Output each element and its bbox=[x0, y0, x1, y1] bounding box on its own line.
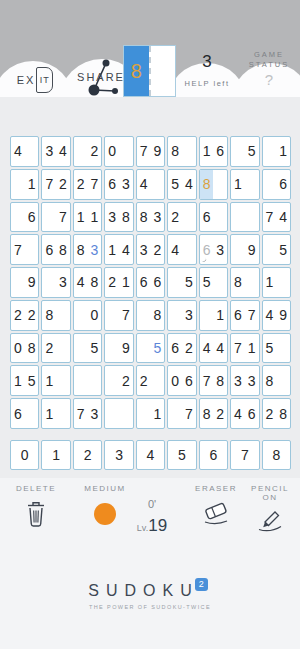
grid-cell-r1c5[interactable]: 79 bbox=[136, 136, 165, 167]
pad-digit-5[interactable]: 5 bbox=[167, 440, 196, 470]
grid-subcell-right[interactable]: 8 bbox=[151, 301, 165, 330]
grid-cell-r9c2[interactable]: 1 bbox=[41, 398, 70, 429]
grid-subcell-left[interactable]: 5 bbox=[168, 170, 182, 199]
grid-cell-r9c1[interactable]: 6 bbox=[10, 398, 39, 429]
grid-subcell-left[interactable]: 3 bbox=[231, 366, 245, 395]
card-blank-page bbox=[149, 46, 176, 96]
grid-subcell-left[interactable] bbox=[11, 170, 25, 199]
grid-subcell-right[interactable]: 9 bbox=[276, 301, 290, 330]
top-bar: EX IT SHARE 8 3 HELP left GAME S bbox=[0, 0, 300, 97]
grid-subcell-right[interactable] bbox=[276, 366, 290, 395]
grid-subcell-left[interactable]: 8 bbox=[74, 235, 88, 264]
grid-cell-r3c5[interactable]: 83 bbox=[136, 202, 165, 233]
grid-cell-r7c6[interactable]: 62 bbox=[167, 333, 196, 364]
card-active-page: 8 bbox=[124, 46, 149, 96]
grid-subcell-right[interactable] bbox=[182, 235, 196, 264]
grid-subcell-left[interactable]: 8 bbox=[231, 268, 245, 297]
grid-cell-r9c3[interactable]: 73 bbox=[73, 398, 102, 429]
grid-cell-r1c7[interactable]: 16 bbox=[199, 136, 228, 167]
grid-subcell-right[interactable] bbox=[213, 268, 227, 297]
grid-subcell-left[interactable]: 6 bbox=[105, 170, 119, 199]
question-mark-icon: ? bbox=[240, 71, 298, 88]
grid-subcell-left[interactable]: 6 bbox=[42, 235, 56, 264]
level-indicator: 0' Lv.19 bbox=[130, 498, 174, 536]
grid-subcell-right[interactable]: 4 bbox=[276, 203, 290, 232]
grid-subcell-left[interactable]: 2 bbox=[105, 268, 119, 297]
grid-subcell-right[interactable] bbox=[213, 203, 227, 232]
pad-digit-6[interactable]: 6 bbox=[199, 440, 228, 470]
grid-subcell-right[interactable]: 5 bbox=[276, 235, 290, 264]
pad-digit-1[interactable]: 1 bbox=[41, 440, 70, 470]
grid-subcell-left[interactable] bbox=[74, 334, 88, 363]
grid-subcell-right[interactable]: 7 bbox=[56, 203, 70, 232]
grid-subcell-right[interactable]: 5 bbox=[245, 137, 259, 166]
grid-subcell-left[interactable]: 6 bbox=[231, 301, 245, 330]
grid-subcell-right[interactable]: 5 bbox=[25, 366, 39, 395]
grid-subcell-left[interactable]: 1 bbox=[42, 399, 56, 428]
grid-subcell-left[interactable]: 7 bbox=[42, 170, 56, 199]
grid-cell-r9c6[interactable]: 7 bbox=[167, 398, 196, 429]
grid-cell-r7c2[interactable]: 2 bbox=[41, 333, 70, 364]
grid-subcell-right[interactable] bbox=[56, 301, 70, 330]
grid-subcell-left[interactable]: 4 bbox=[263, 301, 277, 330]
grid-cell-r8c7[interactable]: 78 bbox=[199, 365, 228, 396]
grid-subcell-right[interactable]: 1 bbox=[119, 268, 133, 297]
bottom-panel: DELETE MEDIUM 0' Lv.19 ERASER bbox=[0, 478, 300, 649]
grid-cell-r5c1[interactable]: 9 bbox=[10, 267, 39, 298]
grid-subcell-right[interactable]: 1 bbox=[276, 137, 290, 166]
grid-subcell-right[interactable]: 1 bbox=[213, 301, 227, 330]
grid-subcell-right[interactable]: 7 bbox=[245, 301, 259, 330]
grid-cell-r5c9[interactable]: 1 bbox=[262, 267, 291, 298]
grid-subcell-right[interactable]: 1 bbox=[151, 399, 165, 428]
grid-subcell-right[interactable]: 9 bbox=[119, 334, 133, 363]
grid-subcell-right[interactable]: 6 bbox=[25, 203, 39, 232]
grid-cell-r9c5[interactable]: 1 bbox=[136, 398, 165, 429]
grid-subcell-left[interactable] bbox=[74, 366, 88, 395]
grid-subcell-left[interactable]: 1 bbox=[11, 366, 25, 395]
grid-subcell-left[interactable]: 1 bbox=[105, 235, 119, 264]
grid-subcell-right[interactable]: 8 bbox=[119, 203, 133, 232]
pad-digit-4[interactable]: 4 bbox=[136, 440, 165, 470]
grid-subcell-right[interactable]: 9 bbox=[151, 137, 165, 166]
exit-door-icon: IT bbox=[36, 67, 53, 93]
grid-subcell-right[interactable]: 2 bbox=[88, 137, 102, 166]
grid-cell-r1c4[interactable]: 0 bbox=[104, 136, 133, 167]
grid-subcell-right[interactable]: 7 bbox=[182, 399, 196, 428]
grid-subcell-right[interactable]: 0 bbox=[88, 301, 102, 330]
grid-subcell-right[interactable]: 1 bbox=[88, 203, 102, 232]
grid-cell-r7c7[interactable]: 44 bbox=[199, 333, 228, 364]
grid-subcell-left[interactable]: 1 bbox=[231, 170, 245, 199]
grid-cell-r5c5[interactable]: 66 bbox=[136, 267, 165, 298]
grid-subcell-right[interactable]: 7 bbox=[88, 170, 102, 199]
grid-subcell-left[interactable]: 8 bbox=[42, 301, 56, 330]
grid-subcell-right[interactable]: 1 bbox=[245, 334, 259, 363]
grid-cell-r5c4[interactable]: 21 bbox=[104, 267, 133, 298]
grid-subcell-left[interactable]: 4 bbox=[11, 137, 25, 166]
grid-subcell-right[interactable]: 6 bbox=[182, 366, 196, 395]
grid-subcell-right[interactable] bbox=[245, 203, 259, 232]
grid-subcell-left[interactable]: 2 bbox=[137, 366, 151, 395]
grid-subcell-left[interactable] bbox=[168, 301, 182, 330]
grid-subcell-right[interactable]: 3 bbox=[88, 235, 102, 264]
grid-subcell-left[interactable]: 2 bbox=[42, 334, 56, 363]
number-pad: 012345678 bbox=[10, 440, 291, 470]
grid-subcell-left[interactable] bbox=[105, 334, 119, 363]
pencil-icon bbox=[256, 509, 284, 533]
grid-cell-r7c8[interactable]: 71 bbox=[230, 333, 259, 364]
grid-subcell-right[interactable] bbox=[25, 137, 39, 166]
grid-subcell-right[interactable]: 4 bbox=[182, 170, 196, 199]
grid-subcell-left[interactable] bbox=[231, 137, 245, 166]
grid-subcell-right[interactable]: 2 bbox=[25, 301, 39, 330]
grid-subcell-right[interactable]: 4 bbox=[119, 235, 133, 264]
grid-subcell-left[interactable] bbox=[137, 399, 151, 428]
level-value: Lv.19 bbox=[130, 516, 174, 536]
grid-cell-r4c7[interactable]: 63 bbox=[199, 234, 228, 265]
grid-cell-r6c1[interactable]: 22 bbox=[10, 300, 39, 331]
delete-label: DELETE bbox=[10, 484, 62, 493]
grid-subcell-left[interactable] bbox=[263, 137, 277, 166]
grid-subcell-left[interactable]: 0 bbox=[105, 137, 119, 166]
pad-digit-8[interactable]: 8 bbox=[262, 440, 291, 470]
grid-cell-r3c1[interactable]: 6 bbox=[10, 202, 39, 233]
grid-subcell-right[interactable]: 2 bbox=[119, 366, 133, 395]
grid-cell-r1c3[interactable]: 2 bbox=[73, 136, 102, 167]
grid-subcell-left[interactable]: 7 bbox=[263, 203, 277, 232]
eraser-icon bbox=[202, 500, 230, 526]
grid-subcell-left[interactable] bbox=[263, 235, 277, 264]
grid-subcell-left[interactable] bbox=[105, 366, 119, 395]
grid-cell-r8c5[interactable]: 2 bbox=[136, 365, 165, 396]
grid-subcell-left[interactable]: 6 bbox=[200, 235, 214, 264]
help-label: HELP left bbox=[179, 79, 235, 88]
grid-subcell-right[interactable]: 6 bbox=[276, 170, 290, 199]
difficulty-button[interactable]: MEDIUM bbox=[74, 484, 136, 525]
grid-cell-r3c7[interactable]: 6 bbox=[199, 202, 228, 233]
game-status-button[interactable]: GAME STATUS ? bbox=[240, 50, 298, 88]
difficulty-medium-icon bbox=[94, 503, 116, 525]
grid-subcell-left[interactable] bbox=[105, 399, 119, 428]
grid-cell-r5c3[interactable]: 48 bbox=[73, 267, 102, 298]
grid-subcell-left[interactable]: 4 bbox=[74, 268, 88, 297]
grid-subcell-right[interactable] bbox=[182, 137, 196, 166]
grid-cell-r1c8[interactable]: 5 bbox=[230, 136, 259, 167]
grid-cell-r6c4[interactable]: 7 bbox=[104, 300, 133, 331]
grid-subcell-left[interactable]: 8 bbox=[200, 170, 214, 199]
grid-subcell-right[interactable] bbox=[182, 203, 196, 232]
pad-digit-2[interactable]: 2 bbox=[73, 440, 102, 470]
grid-subcell-left[interactable]: 3 bbox=[42, 137, 56, 166]
grid-cell-r8c1[interactable]: 15 bbox=[10, 365, 39, 396]
grid-subcell-left[interactable]: 0 bbox=[11, 334, 25, 363]
difficulty-label: MEDIUM bbox=[74, 484, 136, 493]
grid-subcell-right[interactable]: 2 bbox=[56, 170, 70, 199]
grid-subcell-left[interactable]: 1 bbox=[74, 203, 88, 232]
grid-cell-r8c8[interactable]: 33 bbox=[230, 365, 259, 396]
eraser-label: ERASER bbox=[189, 484, 243, 493]
grid-cell-r4c9[interactable]: 5 bbox=[262, 234, 291, 265]
grid-cell-r6c8[interactable]: 67 bbox=[230, 300, 259, 331]
grid-subcell-right[interactable]: 5 bbox=[88, 334, 102, 363]
grid-subcell-left[interactable]: 7 bbox=[11, 235, 25, 264]
grid-subcell-right[interactable] bbox=[56, 399, 70, 428]
grid-subcell-right[interactable]: 5 bbox=[151, 334, 165, 363]
grid-cell-r3c9[interactable]: 74 bbox=[262, 202, 291, 233]
grid-cell-r2c8[interactable]: 1 bbox=[230, 169, 259, 200]
grid-cell-r5c7[interactable]: 5 bbox=[199, 267, 228, 298]
grid-subcell-left[interactable]: 1 bbox=[200, 137, 214, 166]
grid-cell-r6c3[interactable]: 0 bbox=[73, 300, 102, 331]
grid-subcell-left[interactable] bbox=[200, 301, 214, 330]
grid-subcell-right[interactable]: 8 bbox=[276, 399, 290, 428]
grid-cell-r9c4[interactable] bbox=[104, 398, 133, 429]
grid-subcell-right[interactable] bbox=[119, 137, 133, 166]
grid-subcell-right[interactable]: 6 bbox=[245, 399, 259, 428]
pencil-toggle-button[interactable]: PENCIL ON bbox=[244, 484, 296, 537]
grid-subcell-left[interactable]: 6 bbox=[168, 334, 182, 363]
grid-subcell-left[interactable] bbox=[231, 235, 245, 264]
grid-subcell-left[interactable]: 8 bbox=[137, 203, 151, 232]
grid-subcell-left[interactable]: 3 bbox=[137, 235, 151, 264]
grid-subcell-right[interactable]: 3 bbox=[245, 366, 259, 395]
grid-cell-r7c5[interactable]: 5 bbox=[136, 333, 165, 364]
grid-cell-r9c9[interactable]: 28 bbox=[262, 398, 291, 429]
grid-cell-r2c1[interactable]: 1 bbox=[10, 169, 39, 200]
grid-subcell-left[interactable]: 0 bbox=[168, 366, 182, 395]
grid-cell-r4c8[interactable]: 9 bbox=[230, 234, 259, 265]
grid-cell-r6c9[interactable]: 49 bbox=[262, 300, 291, 331]
current-number-card[interactable]: 8 bbox=[123, 45, 176, 97]
grid-subcell-left[interactable]: 7 bbox=[200, 366, 214, 395]
level-number: 19 bbox=[148, 516, 167, 535]
pencil-label: PENCIL bbox=[244, 484, 296, 493]
grid-subcell-right[interactable]: 1 bbox=[25, 170, 39, 199]
pad-digit-7[interactable]: 7 bbox=[230, 440, 259, 470]
elapsed-time: 0' bbox=[130, 498, 174, 510]
grid-subcell-right[interactable]: 3 bbox=[88, 399, 102, 428]
grid-cell-r3c6[interactable]: 2 bbox=[167, 202, 196, 233]
grid-subcell-right[interactable]: 8 bbox=[213, 366, 227, 395]
grid-subcell-left[interactable]: 8 bbox=[263, 366, 277, 395]
grid-subcell-right[interactable] bbox=[151, 170, 165, 199]
sudoku-grid: 4342079816511722763454816671138832674768… bbox=[10, 136, 291, 429]
grid-subcell-right[interactable]: 2 bbox=[151, 235, 165, 264]
grid-subcell-left[interactable]: 6 bbox=[200, 203, 214, 232]
grid-cell-r7c9[interactable]: 5 bbox=[262, 333, 291, 364]
grid-subcell-left[interactable]: 7 bbox=[231, 334, 245, 363]
grid-subcell-right[interactable]: 4 bbox=[213, 334, 227, 363]
grid-cell-r2c6[interactable]: 54 bbox=[167, 169, 196, 200]
app-screen: EX IT SHARE 8 3 HELP left GAME S bbox=[0, 0, 300, 649]
grid-cell-r2c2[interactable]: 72 bbox=[41, 169, 70, 200]
grid-subcell-right[interactable]: 8 bbox=[25, 334, 39, 363]
grid-subcell-left[interactable]: 4 bbox=[231, 399, 245, 428]
grid-subcell-left[interactable]: 1 bbox=[263, 268, 277, 297]
game-status-label-line1: GAME bbox=[240, 50, 298, 60]
grid-subcell-right[interactable]: 3 bbox=[151, 203, 165, 232]
grid-cell-r4c4[interactable]: 14 bbox=[104, 234, 133, 265]
grid-cell-r4c3[interactable]: 83 bbox=[73, 234, 102, 265]
delete-button[interactable]: DELETE bbox=[10, 484, 62, 532]
trash-icon bbox=[25, 500, 47, 528]
grid-subcell-left[interactable] bbox=[168, 268, 182, 297]
grid-subcell-right[interactable]: 9 bbox=[25, 268, 39, 297]
grid-subcell-right[interactable]: 5 bbox=[182, 268, 196, 297]
grid-subcell-right[interactable]: 7 bbox=[119, 301, 133, 330]
grid-subcell-left[interactable]: 4 bbox=[168, 235, 182, 264]
logo-tagline: THE POWER OF SUDOKU-TWICE bbox=[0, 604, 300, 610]
grid-subcell-left[interactable]: 1 bbox=[42, 366, 56, 395]
grid-cell-r1c1[interactable]: 4 bbox=[10, 136, 39, 167]
grid-cell-r2c4[interactable]: 63 bbox=[104, 169, 133, 200]
grid-subcell-left[interactable]: 2 bbox=[263, 399, 277, 428]
grid-cell-r4c5[interactable]: 32 bbox=[136, 234, 165, 265]
grid-subcell-left[interactable]: 8 bbox=[168, 137, 182, 166]
card-digit: 8 bbox=[131, 60, 142, 83]
grid-subcell-right[interactable] bbox=[25, 235, 39, 264]
grid-cell-r3c2[interactable]: 7 bbox=[41, 202, 70, 233]
grid-subcell-left[interactable]: 8 bbox=[200, 399, 214, 428]
grid-subcell-right[interactable]: 2 bbox=[213, 399, 227, 428]
grid-subcell-left[interactable] bbox=[74, 301, 88, 330]
grid-cell-r2c5[interactable]: 4 bbox=[136, 169, 165, 200]
pad-digit-3[interactable]: 3 bbox=[104, 440, 133, 470]
grid-subcell-right[interactable]: 8 bbox=[88, 268, 102, 297]
grid-cell-r7c4[interactable]: 9 bbox=[104, 333, 133, 364]
grid-cell-r3c3[interactable]: 11 bbox=[73, 202, 102, 233]
grid-subcell-left[interactable] bbox=[105, 301, 119, 330]
grid-subcell-left[interactable] bbox=[137, 301, 151, 330]
grid-subcell-right[interactable] bbox=[88, 366, 102, 395]
grid-subcell-left[interactable]: 7 bbox=[137, 137, 151, 166]
logo-text: SUDOKU bbox=[88, 582, 198, 600]
help-count: 3 bbox=[179, 52, 235, 72]
grid-cell-r9c8[interactable]: 46 bbox=[230, 398, 259, 429]
eraser-button[interactable]: ERASER bbox=[189, 484, 243, 530]
grid-cell-r2c7[interactable]: 8 bbox=[199, 169, 228, 200]
grid-subcell-right[interactable]: 3 bbox=[56, 268, 70, 297]
grid-subcell-left[interactable] bbox=[42, 203, 56, 232]
grid-cell-r6c5[interactable]: 8 bbox=[136, 300, 165, 331]
grid-subcell-right[interactable] bbox=[276, 334, 290, 363]
grid-subcell-left[interactable] bbox=[137, 334, 151, 363]
grid-subcell-right[interactable] bbox=[245, 170, 259, 199]
grid-subcell-right[interactable] bbox=[151, 366, 165, 395]
grid-subcell-left[interactable]: 3 bbox=[105, 203, 119, 232]
grid-subcell-right[interactable]: 6 bbox=[213, 137, 227, 166]
grid-subcell-left[interactable]: 4 bbox=[200, 334, 214, 363]
grid-subcell-left[interactable] bbox=[263, 170, 277, 199]
grid-subcell-right[interactable]: 4 bbox=[56, 137, 70, 166]
grid-cell-r7c3[interactable]: 5 bbox=[73, 333, 102, 364]
grid-cell-r8c2[interactable]: 1 bbox=[41, 365, 70, 396]
grid-subcell-left[interactable]: 2 bbox=[74, 170, 88, 199]
grid-subcell-left[interactable] bbox=[11, 268, 25, 297]
exit-button[interactable]: EX IT bbox=[6, 64, 64, 96]
grid-subcell-left[interactable] bbox=[11, 203, 25, 232]
grid-subcell-left[interactable] bbox=[168, 399, 182, 428]
grid-cell-r8c9[interactable]: 8 bbox=[262, 365, 291, 396]
pad-digit-0[interactable]: 0 bbox=[10, 440, 39, 470]
grid-subcell-right[interactable]: 8 bbox=[56, 235, 70, 264]
logo-superscript-2: 2 bbox=[195, 578, 208, 591]
help-button[interactable]: 3 HELP left bbox=[179, 52, 235, 88]
grid-cell-r8c6[interactable]: 06 bbox=[167, 365, 196, 396]
grid-cell-r3c4[interactable]: 38 bbox=[104, 202, 133, 233]
grid-subcell-left[interactable]: 2 bbox=[168, 203, 182, 232]
grid-cell-r5c8[interactable]: 8 bbox=[230, 267, 259, 298]
grid-cell-r9c7[interactable]: 82 bbox=[199, 398, 228, 429]
grid-subcell-right[interactable] bbox=[119, 399, 133, 428]
grid-subcell-right[interactable]: 9 bbox=[245, 235, 259, 264]
grid-cell-r3c8[interactable] bbox=[230, 202, 259, 233]
grid-subcell-right[interactable]: 3 bbox=[182, 301, 196, 330]
grid-cell-r8c3[interactable] bbox=[73, 365, 102, 396]
grid-subcell-right[interactable] bbox=[25, 399, 39, 428]
grid-subcell-right[interactable]: 3 bbox=[119, 170, 133, 199]
grid-subcell-right[interactable] bbox=[56, 334, 70, 363]
grid-cell-r2c9[interactable]: 6 bbox=[262, 169, 291, 200]
grid-cell-r6c2[interactable]: 8 bbox=[41, 300, 70, 331]
grid-subcell-left[interactable]: 7 bbox=[74, 399, 88, 428]
grid-subcell-right[interactable]: 6 bbox=[151, 268, 165, 297]
grid-cell-r8c4[interactable]: 2 bbox=[104, 365, 133, 396]
grid-cell-r1c2[interactable]: 34 bbox=[41, 136, 70, 167]
exit-label: EX bbox=[17, 74, 36, 86]
grid-subcell-right[interactable] bbox=[245, 268, 259, 297]
app-logo: SUDOKU2 THE POWER OF SUDOKU-TWICE bbox=[0, 582, 300, 610]
pencil-state: ON bbox=[244, 493, 296, 502]
grid-subcell-left[interactable]: 2 bbox=[11, 301, 25, 330]
grid-cell-r1c9[interactable]: 1 bbox=[262, 136, 291, 167]
grid-subcell-right[interactable] bbox=[276, 268, 290, 297]
grid-subcell-left[interactable]: 5 bbox=[263, 334, 277, 363]
grid-subcell-right[interactable]: 3 bbox=[213, 235, 227, 264]
grid-cell-r4c1[interactable]: 7 bbox=[10, 234, 39, 265]
grid-subcell-left[interactable]: 5 bbox=[200, 268, 214, 297]
grid-subcell-right[interactable] bbox=[213, 170, 227, 199]
grid-cell-r6c7[interactable]: 1 bbox=[199, 300, 228, 331]
grid-cell-r4c6[interactable]: 4 bbox=[167, 234, 196, 265]
grid-cell-r4c2[interactable]: 68 bbox=[41, 234, 70, 265]
grid-subcell-left[interactable] bbox=[42, 268, 56, 297]
grid-subcell-left[interactable] bbox=[231, 203, 245, 232]
grid-subcell-left[interactable]: 6 bbox=[137, 268, 151, 297]
grid-subcell-right[interactable] bbox=[56, 366, 70, 395]
grid-cell-r5c2[interactable]: 3 bbox=[41, 267, 70, 298]
game-status-label-line2: STATUS bbox=[240, 60, 298, 70]
level-prefix: Lv. bbox=[137, 523, 148, 533]
grid-subcell-left[interactable]: 6 bbox=[11, 399, 25, 428]
grid-cell-r7c1[interactable]: 08 bbox=[10, 333, 39, 364]
grid-cell-r2c3[interactable]: 27 bbox=[73, 169, 102, 200]
grid-cell-r6c6[interactable]: 3 bbox=[167, 300, 196, 331]
grid-cell-r1c6[interactable]: 8 bbox=[167, 136, 196, 167]
grid-subcell-left[interactable] bbox=[74, 137, 88, 166]
grid-subcell-right[interactable]: 2 bbox=[182, 334, 196, 363]
grid-cell-r5c6[interactable]: 5 bbox=[167, 267, 196, 298]
grid-subcell-left[interactable]: 4 bbox=[137, 170, 151, 199]
